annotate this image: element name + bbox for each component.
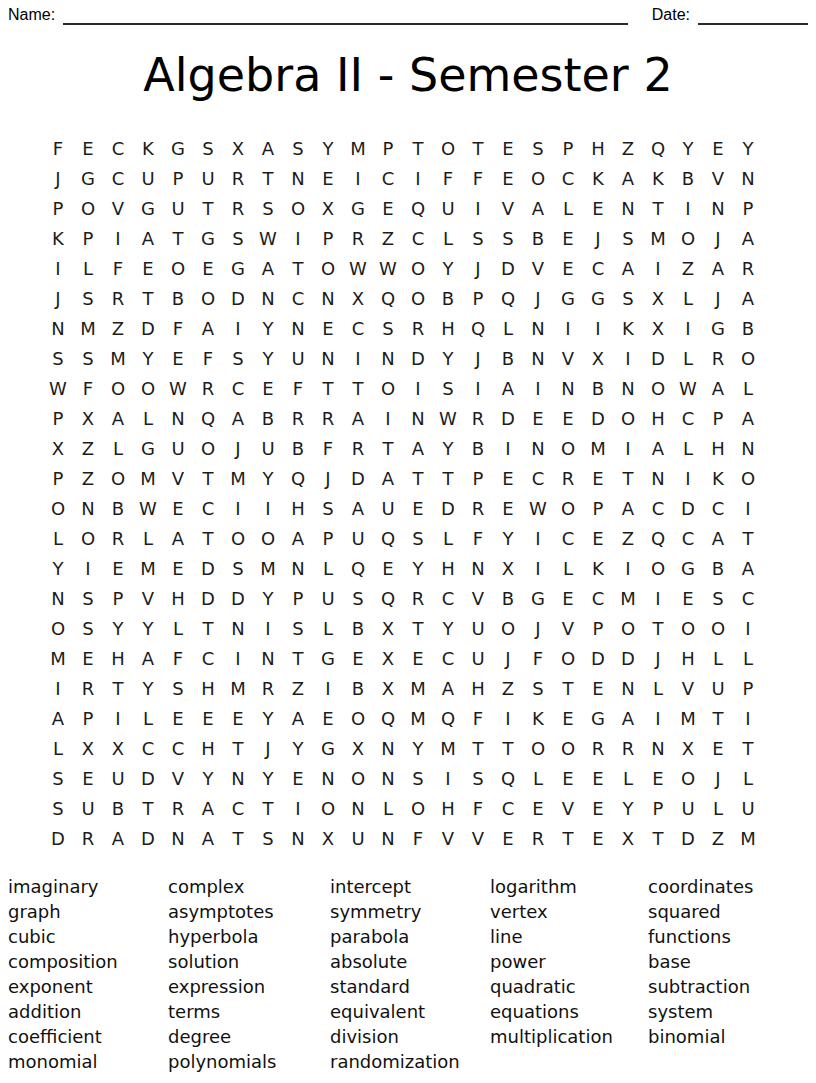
grid-cell: Y [433, 343, 463, 373]
grid-cell: P [43, 403, 73, 433]
grid-cell: X [373, 613, 403, 643]
grid-cell: W [343, 253, 373, 283]
grid-cell: N [733, 163, 763, 193]
grid-cell: F [523, 643, 553, 673]
grid-cell: M [643, 223, 673, 253]
grid-cell: E [583, 793, 613, 823]
grid-cell: X [313, 823, 343, 853]
grid-cell: E [163, 703, 193, 733]
grid-cell: W [163, 373, 193, 403]
grid-cell: D [133, 313, 163, 343]
grid-cell: N [43, 583, 73, 613]
grid-cell: V [463, 583, 493, 613]
grid-cell: P [73, 223, 103, 253]
grid-cell: X [103, 733, 133, 763]
grid-cell: T [283, 253, 313, 283]
grid-cell: N [463, 553, 493, 583]
word-list-item: composition [8, 949, 168, 974]
grid-cell: H [193, 733, 223, 763]
word-list-column: coordinatessquaredfunctionsbasesubtracti… [648, 874, 812, 1074]
grid-cell: M [223, 463, 253, 493]
grid-cell: R [73, 673, 103, 703]
grid-cell: V [673, 673, 703, 703]
grid-cell: O [433, 133, 463, 163]
grid-cell: E [703, 733, 733, 763]
grid-cell: A [43, 703, 73, 733]
grid-cell: S [463, 763, 493, 793]
word-list-item: binomial [648, 1024, 812, 1049]
grid-cell: F [103, 253, 133, 283]
grid-cell: G [133, 193, 163, 223]
grid-cell: S [223, 223, 253, 253]
grid-cell: T [643, 193, 673, 223]
grid-cell: T [313, 373, 343, 403]
grid-cell: S [523, 673, 553, 703]
grid-cell: L [103, 433, 133, 463]
grid-cell: N [283, 163, 313, 193]
grid-cell: M [133, 463, 163, 493]
grid-cell: E [553, 583, 583, 613]
grid-cell: T [193, 613, 223, 643]
grid-cell: P [313, 223, 343, 253]
grid-cell: O [103, 463, 133, 493]
grid-cell: J [523, 613, 553, 643]
grid-cell: E [583, 463, 613, 493]
grid-cell: J [463, 253, 493, 283]
word-list-item: coordinates [648, 874, 812, 899]
grid-cell: E [373, 553, 403, 583]
grid-cell: U [463, 643, 493, 673]
grid-cell: E [553, 403, 583, 433]
grid-cell: X [223, 133, 253, 163]
grid-cell: A [613, 163, 643, 193]
grid-cell: Q [373, 523, 403, 553]
grid-cell: E [553, 223, 583, 253]
grid-cell: S [73, 613, 103, 643]
word-list-item: asymptotes [168, 899, 330, 924]
grid-cell: O [343, 703, 373, 733]
grid-cell: Y [253, 763, 283, 793]
grid-cell: U [703, 673, 733, 703]
grid-cell: N [373, 763, 403, 793]
grid-cell: W [253, 223, 283, 253]
word-list-item: standard [330, 974, 490, 999]
grid-cell: F [163, 313, 193, 343]
grid-cell: Y [403, 733, 433, 763]
grid-cell: O [643, 373, 673, 403]
grid-cell: S [613, 223, 643, 253]
grid-cell: Y [403, 553, 433, 583]
grid-cell: L [673, 433, 703, 463]
grid-cell: R [103, 283, 133, 313]
grid-cell: S [73, 343, 103, 373]
grid-cell: R [103, 523, 133, 553]
grid-cell: S [373, 313, 403, 343]
grid-cell: D [343, 463, 373, 493]
grid-cell: M [673, 703, 703, 733]
word-list-item: coefficient [8, 1024, 168, 1049]
grid-cell: X [73, 733, 103, 763]
grid-cell: O [403, 253, 433, 283]
grid-cell: C [523, 463, 553, 493]
grid-cell: A [283, 703, 313, 733]
grid-cell: N [223, 613, 253, 643]
grid-cell: D [223, 283, 253, 313]
grid-cell: X [673, 733, 703, 763]
grid-cell: O [43, 613, 73, 643]
grid-cell: L [733, 763, 763, 793]
grid-cell: E [193, 253, 223, 283]
grid-cell: L [733, 373, 763, 403]
grid-cell: T [343, 373, 373, 403]
grid-cell: I [283, 793, 313, 823]
grid-cell: B [433, 283, 463, 313]
grid-cell: R [283, 403, 313, 433]
grid-cell: L [523, 763, 553, 793]
grid-cell: C [553, 523, 583, 553]
grid-cell: K [583, 163, 613, 193]
grid-cell: F [463, 523, 493, 553]
grid-cell: G [703, 313, 733, 343]
grid-cell: M [583, 433, 613, 463]
grid-cell: R [223, 163, 253, 193]
grid-cell: L [433, 223, 463, 253]
grid-cell: G [313, 733, 343, 763]
grid-cell: S [403, 763, 433, 793]
grid-cell: L [493, 313, 523, 343]
word-list-item: imaginary [8, 874, 168, 899]
grid-cell: L [703, 643, 733, 673]
header-row: Name: Date: [8, 5, 808, 25]
grid-cell: A [703, 373, 733, 403]
grid-cell: O [193, 283, 223, 313]
grid-cell: L [673, 283, 703, 313]
grid-cell: I [583, 313, 613, 343]
word-list-item: exponent [8, 974, 168, 999]
grid-cell: A [703, 253, 733, 283]
grid-cell: I [733, 613, 763, 643]
grid-cell: S [73, 583, 103, 613]
grid-cell: L [613, 763, 643, 793]
grid-cell: N [313, 283, 343, 313]
grid-cell: S [433, 373, 463, 403]
grid-cell: N [373, 343, 403, 373]
grid-cell: K [613, 313, 643, 343]
grid-cell: E [313, 703, 343, 733]
grid-cell: W [433, 403, 463, 433]
grid-cell: U [133, 163, 163, 193]
grid-cell: A [613, 703, 643, 733]
grid-cell: P [313, 523, 343, 553]
grid-cell: E [583, 673, 613, 703]
grid-cell: J [703, 223, 733, 253]
grid-cell: Y [43, 553, 73, 583]
grid-cell: Y [733, 133, 763, 163]
grid-cell: N [283, 823, 313, 853]
grid-cell: G [583, 703, 613, 733]
grid-cell: D [493, 253, 523, 283]
grid-cell: E [343, 643, 373, 673]
word-list-item: polynomials [168, 1049, 330, 1074]
grid-cell: N [223, 763, 253, 793]
name-blank-line [63, 5, 628, 25]
grid-cell: X [613, 823, 643, 853]
grid-cell: R [403, 313, 433, 343]
grid-cell: A [343, 403, 373, 433]
grid-cell: A [283, 523, 313, 553]
grid-cell: Q [493, 763, 523, 793]
grid-cell: T [553, 823, 583, 853]
grid-cell: Z [373, 223, 403, 253]
grid-cell: L [163, 613, 193, 643]
grid-cell: L [553, 193, 583, 223]
grid-cell: D [193, 583, 223, 613]
grid-cell: A [433, 673, 463, 703]
grid-cell: H [463, 673, 493, 703]
grid-cell: S [313, 493, 343, 523]
grid-cell: U [673, 793, 703, 823]
date-blank-line [698, 5, 808, 25]
grid-cell: L [313, 553, 343, 583]
grid-cell: R [703, 343, 733, 373]
grid-cell: A [613, 253, 643, 283]
grid-cell: I [523, 373, 553, 403]
word-list-item: multiplication [490, 1024, 648, 1049]
grid-cell: E [583, 523, 613, 553]
grid-cell: U [733, 793, 763, 823]
grid-cell: I [373, 403, 403, 433]
grid-cell: A [253, 133, 283, 163]
grid-cell: Y [133, 613, 163, 643]
grid-cell: V [133, 583, 163, 613]
word-list-item: equivalent [330, 999, 490, 1024]
grid-cell: G [553, 283, 583, 313]
grid-cell: E [493, 463, 523, 493]
word-list-item: subtraction [648, 974, 812, 999]
grid-cell: O [313, 253, 343, 283]
grid-cell: T [253, 793, 283, 823]
grid-cell: O [133, 373, 163, 403]
grid-cell: T [283, 643, 313, 673]
grid-cell: A [703, 523, 733, 553]
grid-cell: V [553, 793, 583, 823]
grid-cell: A [103, 403, 133, 433]
grid-cell: M [253, 553, 283, 583]
grid-cell: A [493, 373, 523, 403]
grid-cell: X [343, 733, 373, 763]
grid-cell: L [43, 733, 73, 763]
grid-cell: O [733, 463, 763, 493]
grid-cell: Q [373, 703, 403, 733]
grid-cell: I [673, 463, 703, 493]
word-list-item: degree [168, 1024, 330, 1049]
grid-cell: Q [373, 583, 403, 613]
grid-cell: K [583, 553, 613, 583]
grid-cell: N [523, 433, 553, 463]
grid-cell: V [553, 343, 583, 373]
grid-cell: E [133, 253, 163, 283]
grid-cell: O [193, 433, 223, 463]
grid-cell: T [163, 223, 193, 253]
grid-cell: I [463, 193, 493, 223]
grid-cell: E [583, 823, 613, 853]
grid-cell: G [313, 643, 343, 673]
grid-cell: P [163, 163, 193, 193]
grid-cell: Q [643, 133, 673, 163]
grid-cell: I [553, 313, 583, 343]
word-list-item: equations [490, 999, 648, 1024]
grid-cell: H [673, 643, 703, 673]
grid-cell: H [643, 403, 673, 433]
grid-cell: S [43, 793, 73, 823]
grid-cell: A [253, 253, 283, 283]
puzzle-title: Algebra II - Semester 2 [0, 44, 816, 106]
grid-cell: B [103, 493, 133, 523]
grid-cell: A [523, 193, 553, 223]
grid-cell: A [373, 463, 403, 493]
grid-cell: O [163, 253, 193, 283]
grid-cell: A [733, 403, 763, 433]
word-list-item: logarithm [490, 874, 648, 899]
word-list-item: base [648, 949, 812, 974]
grid-cell: I [253, 613, 283, 643]
grid-cell: M [613, 583, 643, 613]
grid-cell: E [163, 553, 193, 583]
grid-cell: Q [493, 283, 523, 313]
grid-cell: E [493, 823, 523, 853]
grid-cell: N [253, 283, 283, 313]
grid-cell: N [163, 403, 193, 433]
grid-cell: T [493, 733, 523, 763]
grid-cell: P [373, 133, 403, 163]
grid-cell: C [223, 793, 253, 823]
grid-cell: Z [613, 523, 643, 553]
grid-cell: I [643, 583, 673, 613]
grid-cell: Y [433, 433, 463, 463]
grid-cell: Y [283, 733, 313, 763]
word-list-item: squared [648, 899, 812, 924]
grid-cell: Z [493, 673, 523, 703]
grid-cell: I [673, 193, 703, 223]
grid-cell: E [583, 763, 613, 793]
grid-cell: L [313, 613, 343, 643]
grid-cell: U [163, 433, 193, 463]
grid-cell: T [133, 283, 163, 313]
grid-cell: O [613, 403, 643, 433]
word-list-item: complex [168, 874, 330, 899]
grid-cell: N [523, 313, 553, 343]
grid-cell: J [703, 283, 733, 313]
grid-cell: W [523, 493, 553, 523]
grid-cell: P [643, 793, 673, 823]
grid-cell: D [43, 823, 73, 853]
grid-cell: I [43, 673, 73, 703]
grid-cell: E [163, 343, 193, 373]
grid-cell: N [343, 793, 373, 823]
grid-cell: L [133, 523, 163, 553]
grid-cell: O [103, 373, 133, 403]
grid-cell: I [433, 763, 463, 793]
grid-cell: H [583, 133, 613, 163]
grid-cell: L [733, 643, 763, 673]
grid-cell: S [223, 553, 253, 583]
grid-cell: N [643, 733, 673, 763]
grid-cell: E [73, 133, 103, 163]
grid-cell: G [73, 163, 103, 193]
grid-cell: R [193, 373, 223, 403]
grid-cell: D [433, 493, 463, 523]
grid-cell: E [403, 643, 433, 673]
grid-cell: I [283, 223, 313, 253]
grid-cell: P [283, 583, 313, 613]
grid-cell: M [73, 313, 103, 343]
grid-cell: F [163, 643, 193, 673]
grid-cell: R [583, 733, 613, 763]
word-search-grid: FECKGSXASYMPTOTESPHZQYEYJGCUPURTNEICIFFE… [43, 133, 763, 853]
grid-cell: K [703, 463, 733, 493]
grid-cell: Y [133, 343, 163, 373]
grid-cell: E [673, 583, 703, 613]
grid-cell: T [193, 193, 223, 223]
grid-cell: N [373, 823, 403, 853]
grid-cell: M [403, 673, 433, 703]
grid-cell: O [283, 193, 313, 223]
grid-cell: E [493, 493, 523, 523]
grid-cell: S [43, 343, 73, 373]
word-list-item: system [648, 999, 812, 1024]
grid-cell: G [163, 133, 193, 163]
grid-cell: V [493, 193, 523, 223]
grid-cell: I [613, 343, 643, 373]
grid-cell: T [133, 793, 163, 823]
grid-cell: D [223, 583, 253, 613]
grid-cell: I [223, 643, 253, 673]
grid-cell: E [103, 553, 133, 583]
word-list-item: randomization [330, 1049, 490, 1074]
grid-cell: Q [433, 703, 463, 733]
grid-cell: O [493, 613, 523, 643]
word-list-item: line [490, 924, 648, 949]
grid-cell: Y [253, 463, 283, 493]
grid-cell: T [643, 613, 673, 643]
grid-cell: U [163, 193, 193, 223]
grid-cell: S [523, 133, 553, 163]
grid-cell: B [343, 673, 373, 703]
grid-cell: X [73, 403, 103, 433]
grid-cell: N [613, 673, 643, 703]
grid-cell: D [673, 493, 703, 523]
grid-cell: L [73, 253, 103, 283]
grid-cell: J [463, 343, 493, 373]
grid-cell: I [613, 553, 643, 583]
grid-cell: C [133, 733, 163, 763]
grid-cell: I [643, 253, 673, 283]
grid-cell: E [703, 133, 733, 163]
grid-cell: D [613, 643, 643, 673]
grid-cell: J [43, 163, 73, 193]
grid-cell: I [103, 223, 133, 253]
grid-cell: Y [673, 133, 703, 163]
grid-cell: L [373, 793, 403, 823]
grid-cell: T [403, 613, 433, 643]
grid-cell: B [523, 223, 553, 253]
grid-cell: T [733, 523, 763, 553]
grid-cell: R [313, 403, 343, 433]
grid-cell: P [43, 193, 73, 223]
grid-cell: A [133, 643, 163, 673]
word-list-item: intercept [330, 874, 490, 899]
grid-cell: O [223, 523, 253, 553]
